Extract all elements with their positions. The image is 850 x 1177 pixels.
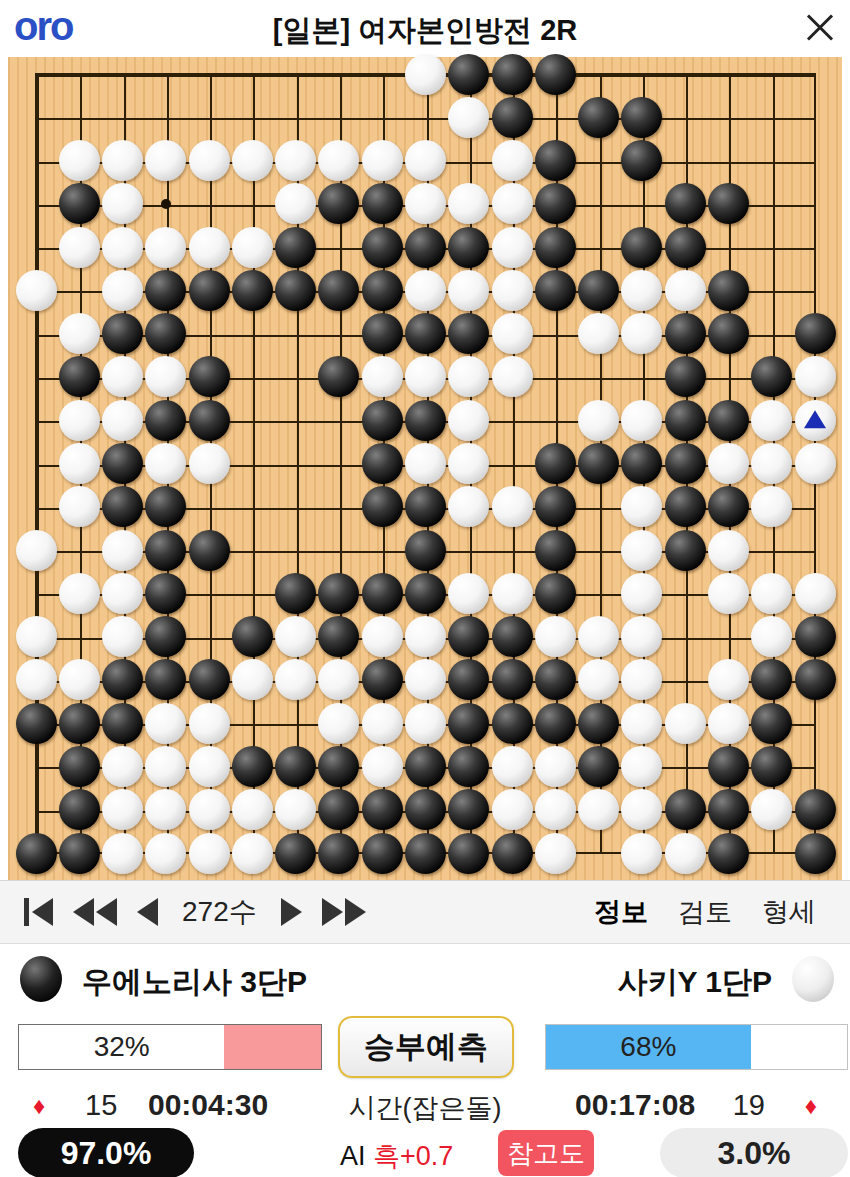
white-stone — [59, 573, 100, 614]
black-stone — [665, 789, 706, 830]
black-stone — [708, 183, 749, 224]
white-stone — [795, 573, 836, 614]
black-stone — [59, 703, 100, 744]
go-board[interactable] — [8, 57, 842, 880]
move-nav-bar: 272수 정보 검토 형세 — [0, 880, 850, 944]
white-ai-winrate-badge: 3.0% — [660, 1128, 848, 1177]
app-window: oro [일본] 여자본인방전 2R 272수 정보 검토 형세 우에노리사 3… — [0, 0, 850, 1177]
black-stone — [362, 833, 403, 874]
black-stone — [492, 659, 533, 700]
black-stone — [448, 746, 489, 787]
black-stone — [275, 833, 316, 874]
black-stone — [578, 746, 619, 787]
black-stone-icon — [20, 956, 62, 1002]
white-stone — [59, 486, 100, 527]
white-stone — [448, 573, 489, 614]
white-stone — [621, 573, 662, 614]
white-stone — [795, 400, 836, 441]
black-stone — [448, 833, 489, 874]
black-stone — [405, 833, 446, 874]
white-stone — [751, 443, 792, 484]
last-move-marker — [804, 411, 826, 429]
white-stone — [189, 443, 230, 484]
white-stone — [448, 270, 489, 311]
white-turn-diamond-icon: ♦ — [805, 1092, 817, 1120]
white-stone — [665, 833, 706, 874]
black-stone — [275, 227, 316, 268]
black-stone — [708, 833, 749, 874]
black-stone — [405, 400, 446, 441]
black-stone — [362, 443, 403, 484]
black-stone — [145, 530, 186, 571]
white-stone — [492, 270, 533, 311]
black-stone — [708, 270, 749, 311]
black-stone — [275, 573, 316, 614]
black-stone — [145, 573, 186, 614]
move-counter: 272수 — [182, 893, 257, 931]
first-move-button[interactable] — [24, 898, 53, 926]
black-stone — [362, 573, 403, 614]
black-stone — [708, 313, 749, 354]
ai-row: 97.0% AI 흑+0.7 참고도 3.0% — [0, 1128, 850, 1177]
black-stone — [578, 443, 619, 484]
black-stone — [535, 703, 576, 744]
black-stone — [751, 703, 792, 744]
tab-territory[interactable]: 형세 — [762, 894, 816, 930]
tab-review[interactable]: 검토 — [678, 894, 732, 930]
white-stone — [708, 703, 749, 744]
white-stone — [189, 833, 230, 874]
black-stone — [535, 573, 576, 614]
black-stone — [535, 270, 576, 311]
black-stone — [535, 486, 576, 527]
black-stone — [578, 97, 619, 138]
white-stone — [102, 227, 143, 268]
black-stone — [405, 746, 446, 787]
predict-button[interactable]: 승부예측 — [338, 1016, 514, 1078]
black-stone — [232, 616, 273, 657]
black-stone — [102, 703, 143, 744]
white-stone — [102, 530, 143, 571]
white-captures: 19 — [733, 1089, 765, 1122]
white-stone — [189, 227, 230, 268]
time-caption: 시간(잡은돌) — [0, 1090, 850, 1126]
players-row: 우에노리사 3단P 사키Y 1단P — [0, 952, 850, 1008]
stats-row: ♦ 15 00:04:30 시간(잡은돌) 00:17:08 19 ♦ — [0, 1086, 850, 1128]
white-stone — [102, 833, 143, 874]
header: oro [일본] 여자본인방전 2R — [0, 0, 850, 57]
white-stone — [102, 270, 143, 311]
white-stone — [492, 140, 533, 181]
black-stone — [665, 443, 706, 484]
white-stone — [59, 140, 100, 181]
black-stone — [362, 227, 403, 268]
page-title: [일본] 여자본인방전 2R — [0, 11, 850, 51]
white-stone — [578, 313, 619, 354]
black-stone — [535, 140, 576, 181]
white-stone — [751, 400, 792, 441]
black-stone — [189, 400, 230, 441]
black-stone — [102, 313, 143, 354]
black-stone — [145, 400, 186, 441]
ai-score-value: 흑+0.7 — [373, 1141, 453, 1171]
black-stone — [665, 400, 706, 441]
black-stone — [535, 659, 576, 700]
black-stone — [405, 530, 446, 571]
white-stone — [362, 746, 403, 787]
white-stone-icon — [792, 956, 834, 1002]
black-stone — [751, 746, 792, 787]
tab-info[interactable]: 정보 — [594, 894, 648, 930]
white-stone — [102, 400, 143, 441]
black-stone — [189, 659, 230, 700]
white-stone — [795, 443, 836, 484]
black-stone — [232, 270, 273, 311]
white-stone — [102, 616, 143, 657]
white-win-rest — [751, 1025, 847, 1069]
black-stone — [665, 227, 706, 268]
white-stone — [665, 703, 706, 744]
back-button[interactable] — [137, 898, 158, 926]
black-stone — [102, 443, 143, 484]
black-stone — [492, 616, 533, 657]
white-stone — [621, 400, 662, 441]
white-stone — [102, 746, 143, 787]
white-stone — [448, 97, 489, 138]
black-stone — [492, 703, 533, 744]
black-stone — [448, 227, 489, 268]
white-stone — [405, 443, 446, 484]
black-stone — [665, 530, 706, 571]
black-stone — [59, 356, 100, 397]
white-stone — [405, 616, 446, 657]
ai-label: AI — [340, 1141, 366, 1171]
black-stone — [665, 313, 706, 354]
white-stone — [102, 140, 143, 181]
black-stone — [708, 486, 749, 527]
black-stone — [16, 703, 57, 744]
nav-tabs: 정보 검토 형세 — [594, 881, 816, 943]
white-stone — [232, 789, 273, 830]
white-stone — [492, 746, 533, 787]
white-stone — [665, 270, 706, 311]
white-stone — [362, 356, 403, 397]
black-stone — [708, 400, 749, 441]
black-stone — [708, 746, 749, 787]
white-stone — [535, 833, 576, 874]
white-stone — [492, 573, 533, 614]
black-stone — [578, 270, 619, 311]
white-stone — [275, 140, 316, 181]
white-win-percent: 68% — [546, 1025, 751, 1069]
black-win-fill — [224, 1025, 321, 1069]
black-stone — [362, 270, 403, 311]
black-stone — [16, 833, 57, 874]
white-stone — [621, 703, 662, 744]
white-stone — [16, 530, 57, 571]
black-stone — [59, 789, 100, 830]
black-stone — [795, 659, 836, 700]
white-stone — [708, 443, 749, 484]
black-stone — [189, 356, 230, 397]
ai-score-label: AI 흑+0.7 — [340, 1138, 453, 1174]
black-stone — [492, 97, 533, 138]
black-stone — [795, 789, 836, 830]
white-stone — [751, 573, 792, 614]
black-stone — [621, 97, 662, 138]
nav-controls: 272수 — [24, 881, 366, 943]
white-win-bar: 68% — [545, 1024, 848, 1070]
white-stone — [275, 616, 316, 657]
white-stone — [535, 616, 576, 657]
black-stone — [275, 746, 316, 787]
black-stone — [362, 486, 403, 527]
black-stone — [362, 789, 403, 830]
white-stone — [492, 486, 533, 527]
white-stone — [492, 227, 533, 268]
black-stone — [362, 313, 403, 354]
white-stone — [59, 400, 100, 441]
white-stone — [232, 227, 273, 268]
white-stone — [59, 227, 100, 268]
close-icon[interactable] — [804, 12, 836, 44]
white-stone — [189, 703, 230, 744]
white-stone — [59, 313, 100, 354]
fast-forward-button[interactable] — [322, 898, 366, 926]
white-time: 00:17:08 — [575, 1088, 695, 1122]
black-stone — [318, 833, 359, 874]
black-stone — [362, 659, 403, 700]
black-stone — [232, 746, 273, 787]
black-win-bar: 32% — [18, 1024, 322, 1070]
white-stone — [145, 227, 186, 268]
black-stone — [535, 183, 576, 224]
black-stone — [59, 183, 100, 224]
black-stone — [362, 183, 403, 224]
black-stone — [405, 573, 446, 614]
black-stone — [492, 54, 533, 95]
black-ai-winrate-badge: 97.0% — [18, 1128, 194, 1177]
black-stone — [448, 703, 489, 744]
white-stone — [708, 573, 749, 614]
white-stone — [102, 573, 143, 614]
black-stone — [795, 313, 836, 354]
black-stone — [405, 313, 446, 354]
white-stone — [621, 530, 662, 571]
white-stone — [492, 789, 533, 830]
white-stone — [578, 400, 619, 441]
black-stone — [189, 530, 230, 571]
white-stone — [189, 789, 230, 830]
white-stone — [102, 789, 143, 830]
black-stone — [535, 443, 576, 484]
white-stone — [492, 356, 533, 397]
black-stone — [795, 833, 836, 874]
white-stone — [405, 54, 446, 95]
white-stone — [16, 270, 57, 311]
white-stone — [492, 313, 533, 354]
white-stone — [16, 659, 57, 700]
black-stone — [578, 703, 619, 744]
white-stone — [189, 140, 230, 181]
black-stone — [448, 54, 489, 95]
white-stone — [59, 443, 100, 484]
white-stone — [621, 833, 662, 874]
white-stone — [362, 140, 403, 181]
star-point — [161, 199, 171, 209]
black-stone — [275, 270, 316, 311]
white-stone — [362, 616, 403, 657]
black-stone — [535, 54, 576, 95]
white-stone — [232, 659, 273, 700]
white-stone — [448, 400, 489, 441]
black-stone — [492, 833, 533, 874]
white-stone — [535, 746, 576, 787]
fast-back-button[interactable] — [73, 898, 117, 926]
black-stone — [535, 227, 576, 268]
black-stone — [535, 530, 576, 571]
black-stone — [795, 616, 836, 657]
black-stone — [145, 270, 186, 311]
white-stone — [535, 789, 576, 830]
black-win-percent: 32% — [19, 1025, 224, 1069]
white-stone — [492, 183, 533, 224]
white-stone — [145, 703, 186, 744]
black-stone — [665, 356, 706, 397]
win-bars-row: 32% 승부예측 68% — [0, 1022, 850, 1072]
white-stone — [145, 746, 186, 787]
black-stone — [708, 789, 749, 830]
white-stone — [621, 270, 662, 311]
white-stone — [578, 616, 619, 657]
black-stone — [59, 746, 100, 787]
white-stone — [795, 356, 836, 397]
white-player-name: 사키Y 1단P — [618, 962, 773, 1003]
black-stone — [405, 227, 446, 268]
forward-button[interactable] — [281, 898, 302, 926]
white-stone — [318, 703, 359, 744]
white-stone — [59, 659, 100, 700]
black-stone — [362, 400, 403, 441]
white-stone — [232, 833, 273, 874]
white-stone — [189, 746, 230, 787]
white-stone — [405, 703, 446, 744]
black-player-name: 우에노리사 3단P — [82, 962, 307, 1003]
white-stone — [145, 833, 186, 874]
black-stone — [621, 227, 662, 268]
white-stone — [16, 616, 57, 657]
white-stone — [708, 530, 749, 571]
white-stone — [405, 270, 446, 311]
reference-diagram-button[interactable]: 참고도 — [498, 1130, 594, 1176]
black-stone — [405, 789, 446, 830]
black-stone — [665, 486, 706, 527]
white-stone — [232, 140, 273, 181]
black-stone — [59, 833, 100, 874]
white-stone — [405, 140, 446, 181]
white-stone — [362, 703, 403, 744]
black-stone — [665, 183, 706, 224]
black-stone — [189, 270, 230, 311]
